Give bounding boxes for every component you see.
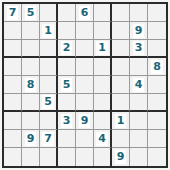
cell-r8c7[interactable] bbox=[112, 130, 130, 148]
cell-r9c2[interactable] bbox=[22, 148, 40, 166]
cell-r3c3[interactable] bbox=[40, 40, 58, 58]
given-digit: 5 bbox=[61, 78, 73, 92]
cell-r1c5[interactable]: 6 bbox=[76, 4, 94, 22]
cell-r9c3[interactable] bbox=[40, 148, 58, 166]
given-digit: 3 bbox=[133, 41, 145, 55]
cell-r2c7[interactable] bbox=[112, 22, 130, 40]
cell-r1c8[interactable] bbox=[130, 4, 148, 22]
cell-r4c4[interactable] bbox=[58, 58, 76, 76]
cell-r5c4[interactable]: 5 bbox=[58, 76, 76, 94]
cell-r1c1[interactable]: 7 bbox=[4, 4, 22, 22]
cell-r2c5[interactable] bbox=[76, 22, 94, 40]
cell-r2c6[interactable] bbox=[94, 22, 112, 40]
cell-r7c7[interactable]: 1 bbox=[112, 112, 130, 130]
cell-r7c9[interactable] bbox=[148, 112, 166, 130]
given-digit: 9 bbox=[79, 114, 91, 128]
cell-r6c1[interactable] bbox=[4, 94, 22, 112]
cell-r9c8[interactable] bbox=[130, 148, 148, 166]
cell-r8c1[interactable] bbox=[4, 130, 22, 148]
given-digit: 8 bbox=[151, 60, 163, 74]
cell-r2c2[interactable] bbox=[22, 22, 40, 40]
given-digit: 9 bbox=[115, 150, 127, 164]
cell-r3c2[interactable] bbox=[22, 40, 40, 58]
cell-r3c1[interactable] bbox=[4, 40, 22, 58]
cell-r1c9[interactable] bbox=[148, 4, 166, 22]
cell-r4c5[interactable] bbox=[76, 58, 94, 76]
given-digit: 1 bbox=[96, 41, 108, 55]
cell-r6c2[interactable] bbox=[22, 94, 40, 112]
cell-r3c8[interactable]: 3 bbox=[130, 40, 148, 58]
cell-r6c5[interactable] bbox=[76, 94, 94, 112]
cell-r2c9[interactable] bbox=[148, 22, 166, 40]
cell-r6c6[interactable] bbox=[94, 94, 112, 112]
given-digit: 1 bbox=[115, 114, 127, 128]
cell-r8c5[interactable] bbox=[76, 130, 94, 148]
cell-r9c9[interactable] bbox=[148, 148, 166, 166]
cell-r2c8[interactable]: 9 bbox=[130, 22, 148, 40]
cell-r8c8[interactable] bbox=[130, 130, 148, 148]
given-digit: 2 bbox=[61, 41, 73, 55]
cell-r1c3[interactable] bbox=[40, 4, 58, 22]
cell-r3c6[interactable]: 1 bbox=[94, 40, 112, 58]
cell-r8c2[interactable]: 9 bbox=[22, 130, 40, 148]
cell-r7c2[interactable] bbox=[22, 112, 40, 130]
cell-r5c5[interactable] bbox=[76, 76, 94, 94]
given-digit: 8 bbox=[25, 78, 37, 92]
cell-r6c9[interactable] bbox=[148, 94, 166, 112]
given-digit: 7 bbox=[42, 132, 54, 146]
cell-r9c6[interactable] bbox=[94, 148, 112, 166]
cell-r4c6[interactable] bbox=[94, 58, 112, 76]
given-digit: 4 bbox=[133, 78, 145, 92]
cell-r2c4[interactable] bbox=[58, 22, 76, 40]
cell-r6c3[interactable]: 5 bbox=[40, 94, 58, 112]
cell-r5c2[interactable]: 8 bbox=[22, 76, 40, 94]
cell-r7c3[interactable] bbox=[40, 112, 58, 130]
sudoku-board: 75619213885453919749 bbox=[2, 2, 168, 168]
cell-r6c8[interactable] bbox=[130, 94, 148, 112]
cell-r2c3[interactable]: 1 bbox=[40, 22, 58, 40]
given-digit: 3 bbox=[61, 114, 73, 128]
given-digit: 7 bbox=[7, 6, 19, 20]
page-background: { "game": "sudoku", "board": { "size": 9… bbox=[0, 0, 170, 170]
cell-r4c3[interactable] bbox=[40, 58, 58, 76]
cell-r4c8[interactable] bbox=[130, 58, 148, 76]
cell-r7c4[interactable]: 3 bbox=[58, 112, 76, 130]
given-digit: 5 bbox=[25, 6, 37, 20]
cell-r4c9[interactable]: 8 bbox=[148, 58, 166, 76]
cell-r5c8[interactable]: 4 bbox=[130, 76, 148, 94]
cell-r5c1[interactable] bbox=[4, 76, 22, 94]
cell-r8c6[interactable]: 4 bbox=[94, 130, 112, 148]
cell-r4c7[interactable] bbox=[112, 58, 130, 76]
cell-r7c8[interactable] bbox=[130, 112, 148, 130]
cell-r3c7[interactable] bbox=[112, 40, 130, 58]
cell-r1c4[interactable] bbox=[58, 4, 76, 22]
cell-r8c3[interactable]: 7 bbox=[40, 130, 58, 148]
cell-r5c3[interactable] bbox=[40, 76, 58, 94]
cell-r8c9[interactable] bbox=[148, 130, 166, 148]
cell-r1c2[interactable]: 5 bbox=[22, 4, 40, 22]
cell-r5c6[interactable] bbox=[94, 76, 112, 94]
cell-r1c6[interactable] bbox=[94, 4, 112, 22]
given-digit: 5 bbox=[42, 95, 54, 109]
cell-r9c7[interactable]: 9 bbox=[112, 148, 130, 166]
given-digit: 9 bbox=[133, 24, 145, 38]
cell-r9c4[interactable] bbox=[58, 148, 76, 166]
given-digit: 1 bbox=[42, 24, 54, 38]
cell-r1c7[interactable] bbox=[112, 4, 130, 22]
cell-r2c1[interactable] bbox=[4, 22, 22, 40]
cell-r3c9[interactable] bbox=[148, 40, 166, 58]
cell-r3c4[interactable]: 2 bbox=[58, 40, 76, 58]
given-digit: 6 bbox=[79, 6, 91, 20]
cell-r3c5[interactable] bbox=[76, 40, 94, 58]
cell-r8c4[interactable] bbox=[58, 130, 76, 148]
cell-r7c5[interactable]: 9 bbox=[76, 112, 94, 130]
cell-r5c9[interactable] bbox=[148, 76, 166, 94]
given-digit: 9 bbox=[25, 132, 37, 146]
cell-r9c5[interactable] bbox=[76, 148, 94, 166]
cell-r5c7[interactable] bbox=[112, 76, 130, 94]
cell-r4c1[interactable] bbox=[4, 58, 22, 76]
cell-r6c7[interactable] bbox=[112, 94, 130, 112]
cell-r4c2[interactable] bbox=[22, 58, 40, 76]
cell-r9c1[interactable] bbox=[4, 148, 22, 166]
cell-r7c1[interactable] bbox=[4, 112, 22, 130]
cell-r6c4[interactable] bbox=[58, 94, 76, 112]
given-digit: 4 bbox=[96, 132, 108, 146]
cell-r7c6[interactable] bbox=[94, 112, 112, 130]
